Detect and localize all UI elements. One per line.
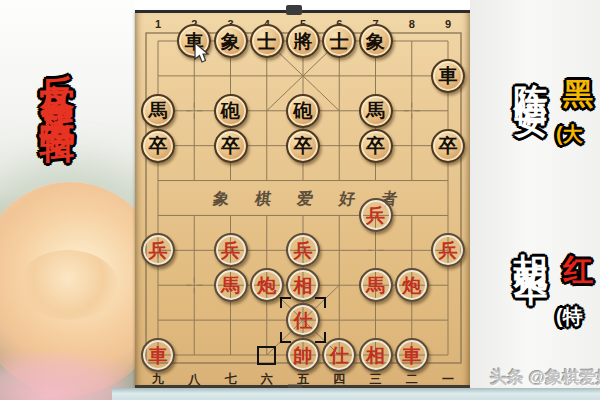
piece-red-rook[interactable]: 車 bbox=[395, 338, 429, 372]
piece-red-horse[interactable]: 馬 bbox=[214, 268, 248, 302]
piece-red-rook[interactable]: 車 bbox=[141, 338, 175, 372]
selected-piece-brackets bbox=[280, 297, 326, 343]
top-notch-marker bbox=[286, 5, 302, 15]
piece-black-pawn[interactable]: 卒 bbox=[359, 129, 393, 163]
board-bottom-edge bbox=[135, 385, 470, 388]
piece-black-advisor[interactable]: 士 bbox=[250, 24, 284, 58]
xiangqi-board[interactable]: 象棋爱好者 123456789 九八七六五四三二一 車象士將士象車馬砲砲馬卒卒卒… bbox=[135, 10, 470, 388]
piece-red-pawn[interactable]: 兵 bbox=[359, 198, 393, 232]
piece-red-horse[interactable]: 馬 bbox=[359, 268, 393, 302]
piece-black-pawn[interactable]: 卒 bbox=[214, 129, 248, 163]
channel-watermark: 头条 @象棋爱好 bbox=[490, 366, 600, 389]
bottom-strip bbox=[112, 388, 600, 400]
piece-black-horse[interactable]: 馬 bbox=[141, 94, 175, 128]
piece-red-cannon[interactable]: 炮 bbox=[250, 268, 284, 302]
piece-black-pawn[interactable]: 卒 bbox=[141, 129, 175, 163]
red-player-name: 胡荣华 bbox=[512, 226, 550, 253]
series-title: 反宫马实战专辑 bbox=[37, 46, 77, 109]
piece-black-cannon[interactable]: 砲 bbox=[286, 94, 320, 128]
black-rank-label: (大 bbox=[556, 121, 583, 148]
piece-black-elephant[interactable]: 象 bbox=[359, 24, 393, 58]
piece-black-cannon[interactable]: 砲 bbox=[214, 94, 248, 128]
piece-red-advisor[interactable]: 仕 bbox=[322, 338, 356, 372]
file-number-top: 8 bbox=[401, 18, 423, 30]
piece-black-elephant[interactable]: 象 bbox=[214, 24, 248, 58]
black-player-name: 陈信安 bbox=[512, 56, 550, 83]
black-side-badge: 黑 bbox=[563, 74, 593, 115]
file-number-top: 9 bbox=[437, 18, 459, 30]
river-watermark-text: 象棋爱好者 bbox=[212, 189, 465, 210]
piece-black-rook[interactable]: 車 bbox=[431, 59, 465, 93]
piece-red-pawn[interactable]: 兵 bbox=[214, 233, 248, 267]
piece-black-king[interactable]: 將 bbox=[286, 24, 320, 58]
board-top-edge bbox=[135, 10, 470, 13]
screenshot-root: 反宫马实战专辑 象棋爱好者 123456789 九八七六五四三二一 車象士將士象… bbox=[0, 0, 600, 400]
left-decoration-panel: 反宫马实战专辑 bbox=[0, 0, 135, 400]
piece-black-pawn[interactable]: 卒 bbox=[431, 129, 465, 163]
bottom-edge-smudge bbox=[288, 384, 302, 388]
red-side-badge: 红 bbox=[563, 250, 593, 291]
piece-black-pawn[interactable]: 卒 bbox=[286, 129, 320, 163]
red-rank-label: (特 bbox=[556, 303, 583, 330]
mouse-cursor bbox=[193, 42, 213, 66]
piece-red-elephant[interactable]: 相 bbox=[359, 338, 393, 372]
piece-black-horse[interactable]: 馬 bbox=[359, 94, 393, 128]
rose-petal bbox=[18, 250, 118, 320]
piece-black-advisor[interactable]: 士 bbox=[322, 24, 356, 58]
move-origin-marker bbox=[257, 346, 276, 365]
right-info-panel: 陈信安 黑 (大 胡荣华 红 (特 头条 @象棋爱好 bbox=[470, 0, 600, 400]
piece-red-cannon[interactable]: 炮 bbox=[395, 268, 429, 302]
file-number-top: 1 bbox=[147, 18, 169, 30]
